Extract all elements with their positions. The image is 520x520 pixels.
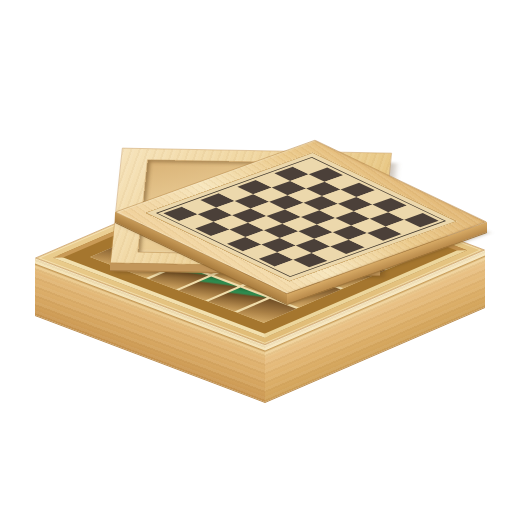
product-photo-scene bbox=[0, 0, 520, 520]
